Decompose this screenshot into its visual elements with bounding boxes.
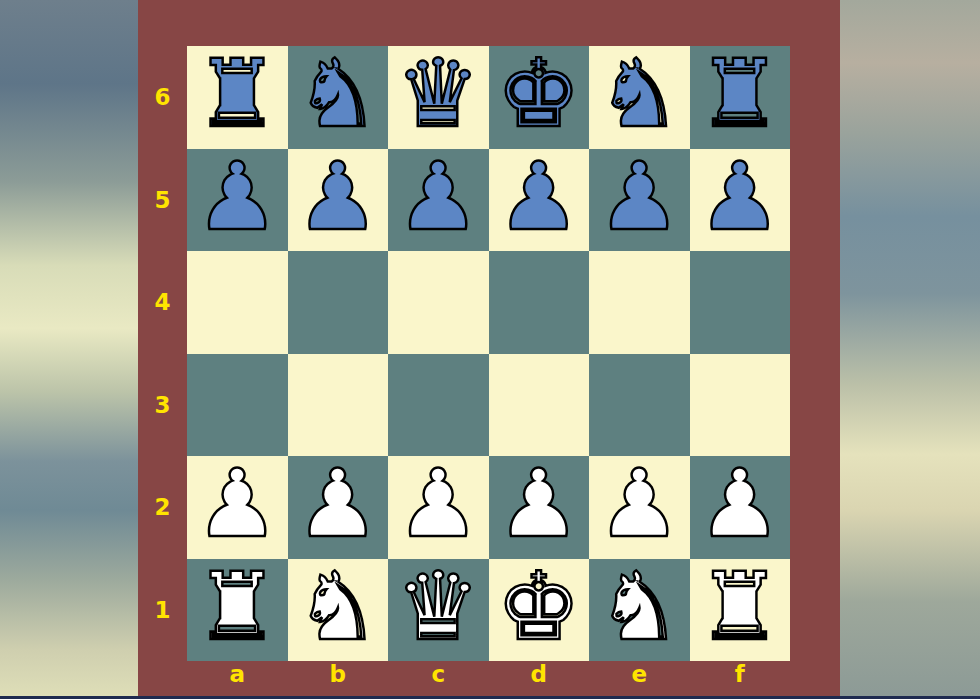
square-d6[interactable]: ♚ bbox=[489, 46, 590, 149]
rank-label-5: 5 bbox=[138, 149, 187, 252]
piece-blue-king-d6[interactable]: ♚ bbox=[497, 47, 581, 141]
file-label-e: e bbox=[589, 658, 690, 690]
piece-white-knight-b1[interactable]: ♞ bbox=[296, 560, 380, 654]
square-e5[interactable]: ♟ bbox=[589, 149, 690, 252]
square-b4[interactable] bbox=[288, 251, 389, 354]
file-label-f: f bbox=[690, 658, 791, 690]
file-label-d: d bbox=[489, 658, 590, 690]
piece-blue-pawn-d5[interactable]: ♟ bbox=[497, 150, 581, 244]
square-e1[interactable]: ♞ bbox=[589, 559, 690, 662]
square-c3[interactable] bbox=[388, 354, 489, 457]
square-f4[interactable] bbox=[690, 251, 791, 354]
screenshot-stage: 654321 ♜♞♛♚♞♜♟♟♟♟♟♟♟♟♟♟♟♟♜♞♛♚♞♜ abcdef bbox=[0, 0, 980, 699]
square-d3[interactable] bbox=[489, 354, 590, 457]
piece-white-pawn-a2[interactable]: ♟ bbox=[195, 457, 279, 551]
square-c4[interactable] bbox=[388, 251, 489, 354]
square-a2[interactable]: ♟ bbox=[187, 456, 288, 559]
rank-label-3: 3 bbox=[138, 354, 187, 457]
piece-blue-rook-f6[interactable]: ♜ bbox=[698, 47, 782, 141]
chess-board: ♜♞♛♚♞♜♟♟♟♟♟♟♟♟♟♟♟♟♜♞♛♚♞♜ bbox=[187, 46, 790, 661]
square-b6[interactable]: ♞ bbox=[288, 46, 389, 149]
file-labels: abcdef bbox=[187, 658, 790, 690]
square-f2[interactable]: ♟ bbox=[690, 456, 791, 559]
square-f1[interactable]: ♜ bbox=[690, 559, 791, 662]
rank-label-6: 6 bbox=[138, 46, 187, 149]
square-d1[interactable]: ♚ bbox=[489, 559, 590, 662]
square-e3[interactable] bbox=[589, 354, 690, 457]
background-right bbox=[840, 0, 980, 699]
square-c6[interactable]: ♛ bbox=[388, 46, 489, 149]
square-a4[interactable] bbox=[187, 251, 288, 354]
piece-white-rook-f1[interactable]: ♜ bbox=[698, 560, 782, 654]
square-e6[interactable]: ♞ bbox=[589, 46, 690, 149]
background-left bbox=[0, 0, 139, 699]
piece-blue-pawn-b5[interactable]: ♟ bbox=[296, 150, 380, 244]
piece-white-pawn-d2[interactable]: ♟ bbox=[497, 457, 581, 551]
piece-white-rook-a1[interactable]: ♜ bbox=[195, 560, 279, 654]
piece-blue-pawn-f5[interactable]: ♟ bbox=[698, 150, 782, 244]
piece-white-queen-c1[interactable]: ♛ bbox=[396, 560, 480, 654]
square-c5[interactable]: ♟ bbox=[388, 149, 489, 252]
file-label-a: a bbox=[187, 658, 288, 690]
piece-white-pawn-f2[interactable]: ♟ bbox=[698, 457, 782, 551]
square-d5[interactable]: ♟ bbox=[489, 149, 590, 252]
square-d4[interactable] bbox=[489, 251, 590, 354]
square-b2[interactable]: ♟ bbox=[288, 456, 389, 559]
square-c1[interactable]: ♛ bbox=[388, 559, 489, 662]
piece-white-pawn-c2[interactable]: ♟ bbox=[396, 457, 480, 551]
square-a6[interactable]: ♜ bbox=[187, 46, 288, 149]
square-f5[interactable]: ♟ bbox=[690, 149, 791, 252]
rank-label-4: 4 bbox=[138, 251, 187, 354]
square-a3[interactable] bbox=[187, 354, 288, 457]
file-label-c: c bbox=[388, 658, 489, 690]
piece-blue-pawn-a5[interactable]: ♟ bbox=[195, 150, 279, 244]
file-label-b: b bbox=[288, 658, 389, 690]
square-f3[interactable] bbox=[690, 354, 791, 457]
square-c2[interactable]: ♟ bbox=[388, 456, 489, 559]
board-frame: 654321 ♜♞♛♚♞♜♟♟♟♟♟♟♟♟♟♟♟♟♜♞♛♚♞♜ abcdef bbox=[138, 0, 840, 699]
piece-white-pawn-b2[interactable]: ♟ bbox=[296, 457, 380, 551]
square-b1[interactable]: ♞ bbox=[288, 559, 389, 662]
piece-blue-knight-b6[interactable]: ♞ bbox=[296, 47, 380, 141]
rank-label-2: 2 bbox=[138, 456, 187, 559]
piece-white-knight-e1[interactable]: ♞ bbox=[597, 560, 681, 654]
square-a5[interactable]: ♟ bbox=[187, 149, 288, 252]
piece-blue-knight-e6[interactable]: ♞ bbox=[597, 47, 681, 141]
square-b5[interactable]: ♟ bbox=[288, 149, 389, 252]
square-b3[interactable] bbox=[288, 354, 389, 457]
square-a1[interactable]: ♜ bbox=[187, 559, 288, 662]
piece-white-pawn-e2[interactable]: ♟ bbox=[597, 457, 681, 551]
piece-blue-queen-c6[interactable]: ♛ bbox=[396, 47, 480, 141]
piece-blue-pawn-e5[interactable]: ♟ bbox=[597, 150, 681, 244]
piece-blue-rook-a6[interactable]: ♜ bbox=[195, 47, 279, 141]
square-d2[interactable]: ♟ bbox=[489, 456, 590, 559]
piece-white-king-d1[interactable]: ♚ bbox=[497, 560, 581, 654]
piece-blue-pawn-c5[interactable]: ♟ bbox=[396, 150, 480, 244]
square-f6[interactable]: ♜ bbox=[690, 46, 791, 149]
rank-labels: 654321 bbox=[138, 46, 187, 661]
square-e4[interactable] bbox=[589, 251, 690, 354]
rank-label-1: 1 bbox=[138, 559, 187, 662]
square-e2[interactable]: ♟ bbox=[589, 456, 690, 559]
